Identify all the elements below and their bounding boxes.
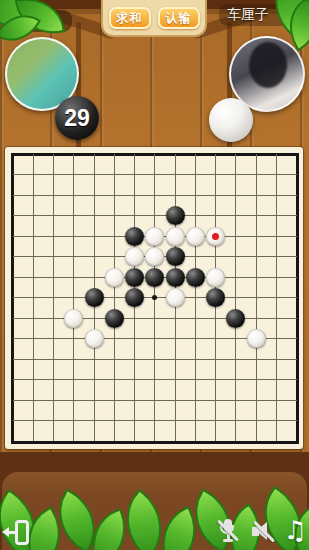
white-stone xyxy=(206,268,225,287)
white-stone xyxy=(145,227,164,246)
white-stone xyxy=(85,329,104,348)
music-button[interactable]: ♫ xyxy=(282,515,308,545)
microphone-mute-button[interactable] xyxy=(215,518,241,546)
sound-mute-button[interactable] xyxy=(251,519,277,545)
grid-line xyxy=(13,318,297,319)
grid-line xyxy=(13,400,297,401)
timer-value: 29 xyxy=(64,105,90,132)
player-name-right: 车厘子 xyxy=(227,6,269,24)
white-stone xyxy=(166,288,185,307)
last-move-marker xyxy=(212,233,219,240)
white-stone xyxy=(64,309,83,328)
star-point xyxy=(152,295,157,300)
white-stone-indicator xyxy=(209,98,253,142)
action-button-plaque: 求和 认输 xyxy=(101,0,207,37)
black-stone xyxy=(226,309,245,328)
grid-line xyxy=(276,154,277,441)
black-turn-timer: 29 xyxy=(55,96,99,140)
grid-line xyxy=(195,154,196,441)
resign-button[interactable]: 认输 xyxy=(158,7,200,29)
black-stone xyxy=(85,288,104,307)
gomoku-app-screen: 小雯 车厘子 29 求和 认输 xyxy=(0,0,309,550)
black-stone xyxy=(125,288,144,307)
white-stone xyxy=(247,329,266,348)
exit-arrow-head xyxy=(2,527,9,537)
black-stone xyxy=(125,227,144,246)
white-stone xyxy=(105,268,124,287)
white-stone xyxy=(186,227,205,246)
white-stone xyxy=(125,247,144,266)
black-stone xyxy=(166,268,185,287)
grid-line xyxy=(13,379,297,380)
black-stone xyxy=(145,268,164,287)
grid-line xyxy=(235,154,236,441)
white-stone xyxy=(166,227,185,246)
black-stone xyxy=(166,247,185,266)
grid-line xyxy=(256,154,257,441)
exit-button[interactable] xyxy=(6,520,34,547)
black-stone xyxy=(206,288,225,307)
black-stone xyxy=(186,268,205,287)
grid-line xyxy=(13,359,297,360)
black-stone xyxy=(105,309,124,328)
draw-button[interactable]: 求和 xyxy=(109,7,151,29)
black-stone xyxy=(125,268,144,287)
white-stone xyxy=(206,227,225,246)
board-grid-layer[interactable] xyxy=(13,154,297,441)
avatar-photo xyxy=(249,42,287,88)
grid-line xyxy=(13,420,297,421)
black-stone xyxy=(166,206,185,225)
white-stone xyxy=(145,247,164,266)
